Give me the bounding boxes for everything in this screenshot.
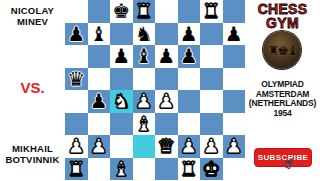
square-h6 xyxy=(223,45,246,68)
piece-white-rook: ♜ xyxy=(202,1,220,21)
square-h5 xyxy=(223,68,246,91)
square-f7: ♟ xyxy=(178,23,201,46)
piece-black-bishop: ♝ xyxy=(90,24,108,44)
black-player-name: MIKHAIL BOTVINNIK xyxy=(0,144,65,165)
square-h2: ♟ xyxy=(223,135,246,158)
square-e3 xyxy=(155,113,178,136)
square-b7: ♝ xyxy=(88,23,111,46)
square-f8 xyxy=(178,0,201,23)
piece-black-knight: ♞ xyxy=(135,24,153,44)
square-c6: ♟ xyxy=(110,45,133,68)
piece-black-pawn: ♟ xyxy=(90,91,108,111)
square-h1 xyxy=(223,158,246,181)
event-year: 1954 xyxy=(245,109,320,119)
square-f6: ♟ xyxy=(178,45,201,68)
black-player-first-name: MIKHAIL xyxy=(0,144,65,155)
piece-white-bishop: ♝ xyxy=(135,114,153,134)
piece-white-knight: ♞ xyxy=(112,91,130,111)
square-d1 xyxy=(133,158,156,181)
piece-black-pawn: ♟ xyxy=(180,46,198,66)
square-g5 xyxy=(200,68,223,91)
square-a2: ♟ xyxy=(65,135,88,158)
square-d8: ♜ xyxy=(133,0,156,23)
piece-white-pawn: ♟ xyxy=(135,91,153,111)
piece-black-pawn: ♟ xyxy=(180,24,198,44)
square-e8 xyxy=(155,0,178,23)
square-b3 xyxy=(88,113,111,136)
piece-white-rook: ♜ xyxy=(180,159,198,179)
square-d4: ♟ xyxy=(133,90,156,113)
square-a8 xyxy=(65,0,88,23)
piece-white-pawn: ♟ xyxy=(202,136,220,156)
piece-white-queen: ♛ xyxy=(157,136,175,156)
square-c3 xyxy=(110,113,133,136)
piece-black-pawn: ♟ xyxy=(157,46,175,66)
channel-name: CHESS GYM xyxy=(245,3,320,30)
players-panel: NICOLAY MINEV VS. MIKHAIL BOTVINNIK xyxy=(0,0,65,180)
square-b4: ♟ xyxy=(88,90,111,113)
square-d7: ♞ xyxy=(133,23,156,46)
square-e4: ♟ xyxy=(155,90,178,113)
piece-black-king: ♚ xyxy=(112,1,130,21)
square-e6: ♟ xyxy=(155,45,178,68)
square-g6 xyxy=(200,45,223,68)
white-player-last-name: MINEV xyxy=(0,17,65,28)
square-e2: ♛ xyxy=(155,135,178,158)
square-f4 xyxy=(178,90,201,113)
square-e1 xyxy=(155,158,178,181)
square-c2 xyxy=(110,135,133,158)
channel-logo: ♜♚♝ xyxy=(263,31,301,69)
piece-black-pawn: ♟ xyxy=(67,24,85,44)
square-b6 xyxy=(88,45,111,68)
square-a3 xyxy=(65,113,88,136)
black-player-last-name: BOTVINNIK xyxy=(0,155,65,166)
piece-white-pawn: ♟ xyxy=(90,136,108,156)
piece-white-pawn: ♟ xyxy=(67,136,85,156)
piece-white-pawn: ♟ xyxy=(225,136,243,156)
square-a7: ♟ xyxy=(65,23,88,46)
square-a1: ♜ xyxy=(65,158,88,181)
square-c8: ♚ xyxy=(110,0,133,23)
video-thumbnail: NICOLAY MINEV VS. MIKHAIL BOTVINNIK ♚♜♜♟… xyxy=(0,0,320,180)
square-h3 xyxy=(223,113,246,136)
piece-black-bishop: ♝ xyxy=(135,46,153,66)
square-h7: ♟ xyxy=(223,23,246,46)
square-f1: ♜ xyxy=(178,158,201,181)
square-e5 xyxy=(155,68,178,91)
square-d2 xyxy=(133,135,156,158)
square-c4: ♞ xyxy=(110,90,133,113)
square-b1 xyxy=(88,158,111,181)
square-b8 xyxy=(88,0,111,23)
square-g2: ♟ xyxy=(200,135,223,158)
piece-black-queen: ♛ xyxy=(67,69,85,89)
vs-label: VS. xyxy=(0,79,65,96)
square-f3 xyxy=(178,113,201,136)
channel-name-line2: GYM xyxy=(245,17,320,31)
square-a6 xyxy=(65,45,88,68)
piece-black-pawn: ♟ xyxy=(225,24,243,44)
square-g7 xyxy=(200,23,223,46)
square-g3 xyxy=(200,113,223,136)
square-g1: ♚ xyxy=(200,158,223,181)
square-h8 xyxy=(223,0,246,23)
square-d3: ♝ xyxy=(133,113,156,136)
square-h4 xyxy=(223,90,246,113)
square-f2: ♟ xyxy=(178,135,201,158)
white-player-name: NICOLAY MINEV xyxy=(0,6,65,27)
square-b2: ♟ xyxy=(88,135,111,158)
square-c5 xyxy=(110,68,133,91)
piece-black-pawn: ♟ xyxy=(112,46,130,66)
chess-pieces-icon: ♜♚♝ xyxy=(268,44,297,57)
square-a4 xyxy=(65,90,88,113)
piece-white-pawn: ♟ xyxy=(180,136,198,156)
square-d6: ♝ xyxy=(133,45,156,68)
square-g4 xyxy=(200,90,223,113)
piece-white-rook: ♜ xyxy=(135,1,153,21)
square-g8: ♜ xyxy=(200,0,223,23)
square-d5 xyxy=(133,68,156,91)
square-e7 xyxy=(155,23,178,46)
square-c1: ♝ xyxy=(110,158,133,181)
piece-white-king: ♚ xyxy=(202,159,220,179)
subscribe-button[interactable]: SUBSCRIBE xyxy=(254,148,312,167)
white-player-first-name: NICOLAY xyxy=(0,6,65,17)
square-a5: ♛ xyxy=(65,68,88,91)
square-b5 xyxy=(88,68,111,91)
piece-white-bishop: ♝ xyxy=(112,159,130,179)
square-f5 xyxy=(178,68,201,91)
chess-board: ♚♜♜♟♝♞♟♟♟♝♟♟♛♟♞♟♟♝♟♟♛♟♟♟♜♝♜♚ xyxy=(65,0,245,180)
event-info: OLYMPIAD AMSTERDAM (NETHERLANDS) 1954 xyxy=(245,80,320,119)
piece-white-rook: ♜ xyxy=(67,159,85,179)
square-c7 xyxy=(110,23,133,46)
piece-white-pawn: ♟ xyxy=(157,91,175,111)
